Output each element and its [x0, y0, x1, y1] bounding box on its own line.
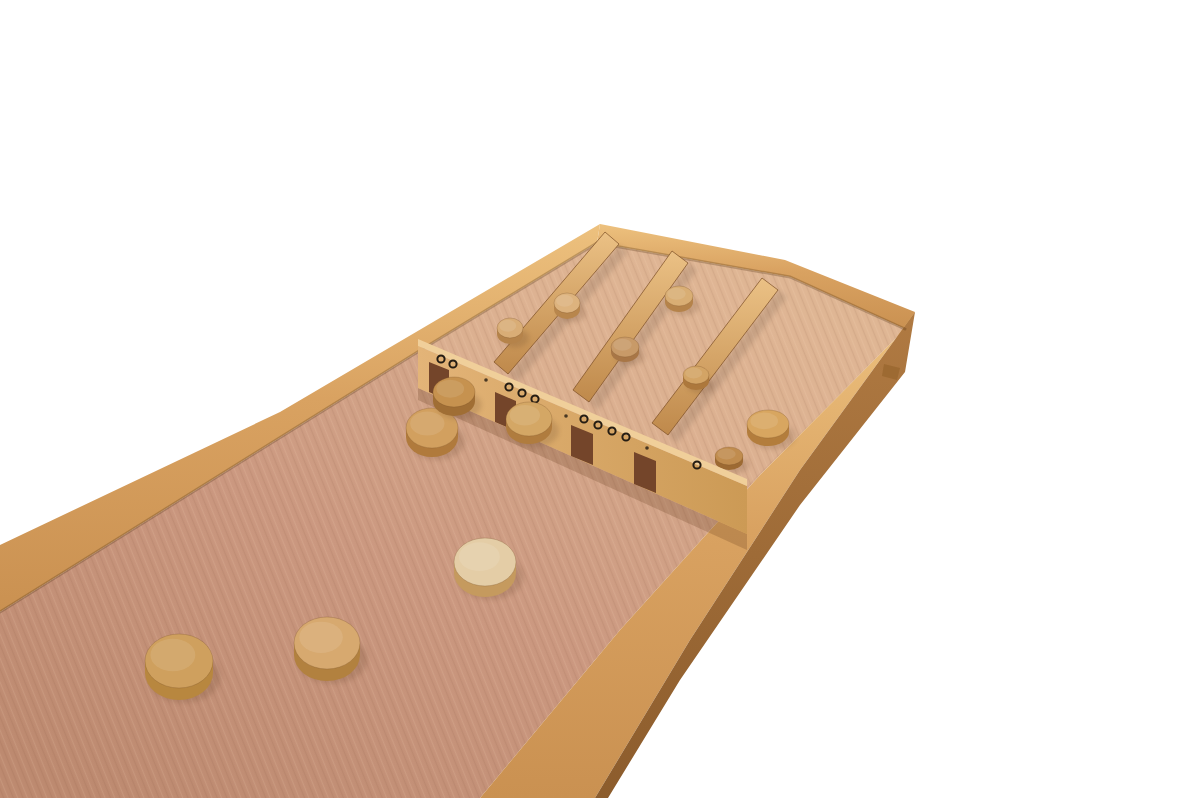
pin-dot [645, 446, 649, 450]
pin-dot [564, 414, 568, 418]
photo-stage [0, 0, 1200, 798]
sjoelbak-board-photo [0, 0, 1200, 798]
pin-dot [484, 378, 488, 382]
